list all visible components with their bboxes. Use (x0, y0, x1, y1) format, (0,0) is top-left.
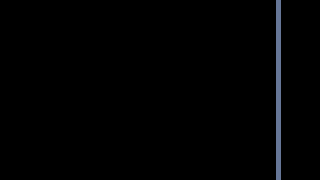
chess-board (44, 0, 276, 180)
video-frame (0, 0, 320, 180)
letterbox-right (281, 0, 320, 180)
letterbox-left (0, 0, 44, 180)
